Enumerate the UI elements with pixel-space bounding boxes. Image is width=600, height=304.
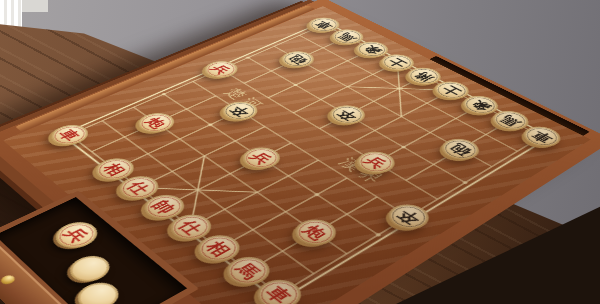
piece-black-elephant[interactable]: 象 <box>350 39 395 61</box>
piece-black-elephant[interactable]: 象 <box>456 92 505 118</box>
piece-red-soldier[interactable]: 兵 <box>198 58 244 81</box>
piece-red-advisor[interactable]: 仕 <box>162 210 219 246</box>
piece-red-general[interactable]: 帥 <box>137 190 192 224</box>
piece-black-horse[interactable]: 馬 <box>486 107 536 134</box>
piece-red-elephant[interactable]: 相 <box>88 154 140 185</box>
piece-red-advisor[interactable]: 仕 <box>112 172 166 204</box>
drawer-knob[interactable] <box>0 274 17 286</box>
piece-red-chariot[interactable]: 車 <box>248 274 309 304</box>
piece-black-soldier[interactable]: 卒 <box>216 98 265 124</box>
piece-red-soldier[interactable]: 兵 <box>235 143 287 173</box>
piece-red-cannon[interactable]: 炮 <box>287 215 344 251</box>
river-label-right: 漢界 <box>335 155 392 189</box>
wall-white-trim-small <box>22 0 48 12</box>
piece-black-advisor[interactable]: 士 <box>375 51 421 74</box>
photo-scene: 楚河 漢界 車馬象士將士象馬車砲砲卒卒卒兵兵兵炮炮車相仕帥仕相馬車 兵 <box>0 0 600 304</box>
piece-black-general[interactable]: 將 <box>401 64 448 88</box>
piece-black-advisor[interactable]: 士 <box>428 78 476 103</box>
piece-red-elephant[interactable]: 相 <box>190 230 248 267</box>
piece-black-soldier[interactable]: 卒 <box>380 200 436 235</box>
piece-black-soldier[interactable]: 卒 <box>323 102 372 129</box>
piece-red-chariot[interactable]: 車 <box>45 121 95 149</box>
piece-black-chariot[interactable]: 車 <box>302 15 345 35</box>
piece-red-cannon[interactable]: 炮 <box>131 109 180 136</box>
pieces-layer: 車馬象士將士象馬車砲砲卒卒卒兵兵兵炮炮車相仕帥仕相馬車 <box>325 13 573 138</box>
captured-piece-facedown[interactable] <box>63 251 117 287</box>
piece-black-cannon[interactable]: 砲 <box>275 48 320 71</box>
piece-red-soldier[interactable]: 兵 <box>350 148 403 178</box>
captured-piece-facedown[interactable] <box>70 277 126 304</box>
piece-black-cannon[interactable]: 砲 <box>434 135 486 164</box>
piece-red-horse[interactable]: 馬 <box>218 252 278 291</box>
river-label-left: 楚河 <box>221 86 270 114</box>
piece-black-chariot[interactable]: 車 <box>516 123 567 151</box>
captured-piece-red-soldier[interactable]: 兵 <box>48 217 105 253</box>
piece-black-horse[interactable]: 馬 <box>326 26 370 47</box>
